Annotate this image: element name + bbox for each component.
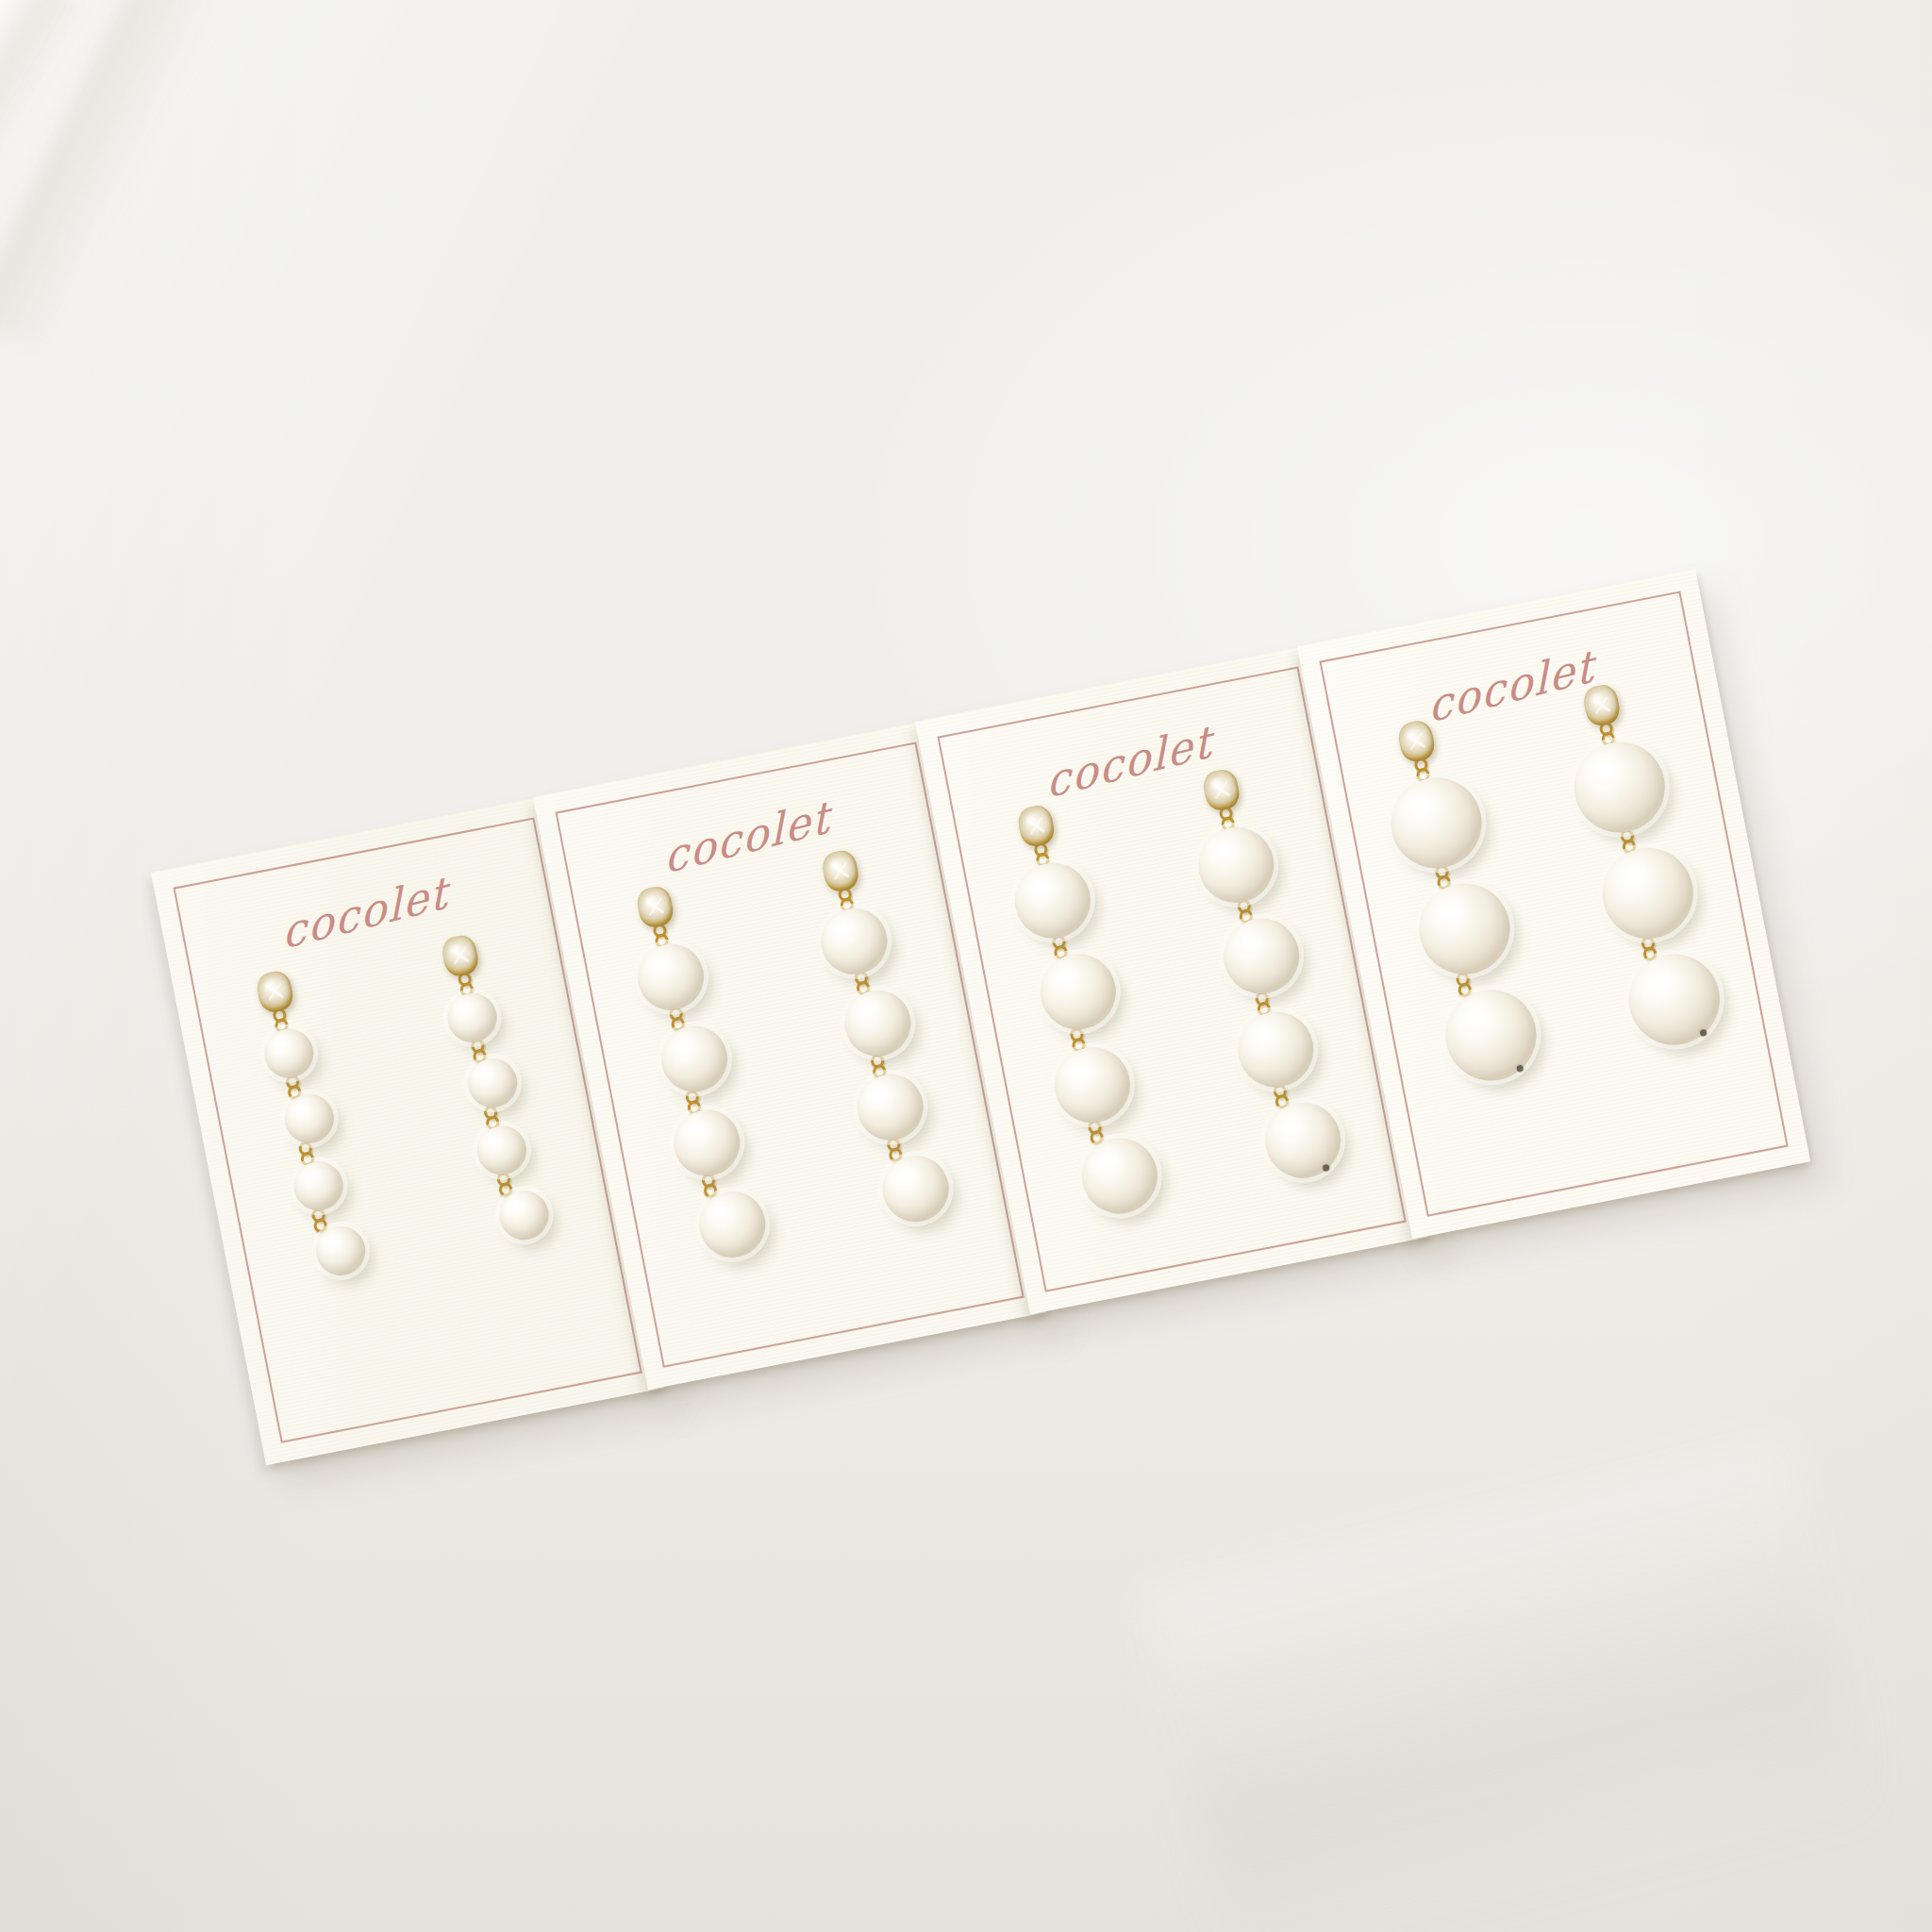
brand-script-cocolet: cocolet bbox=[663, 791, 831, 885]
fabric-fold-highlight bbox=[0, 0, 99, 439]
pearl-bead bbox=[1258, 1096, 1347, 1185]
pearl-bead bbox=[1008, 857, 1097, 945]
pearl-bead bbox=[1595, 841, 1702, 947]
pearl-earring-left bbox=[652, 888, 724, 1260]
rhinestone-stud-icon bbox=[1581, 682, 1622, 727]
pearl-bead bbox=[1034, 947, 1123, 1036]
pearl-bead bbox=[1411, 875, 1518, 982]
pearl-bead bbox=[1217, 912, 1306, 1001]
pearl-bead bbox=[1075, 1132, 1164, 1221]
fabric-fold-shadow bbox=[0, 0, 243, 368]
pearl-bead bbox=[290, 1158, 347, 1215]
brand-script-cocolet: cocolet bbox=[1427, 640, 1595, 734]
fabric-sheen bbox=[1141, 1436, 1878, 1932]
pearl-bead bbox=[443, 989, 501, 1046]
pearl-earring-left bbox=[271, 973, 330, 1278]
pearl-earring-right bbox=[1218, 771, 1297, 1180]
brand-script-cocolet: cocolet bbox=[281, 866, 449, 960]
pearl-earring-right bbox=[1598, 686, 1668, 1047]
pearl-bead bbox=[839, 985, 916, 1062]
pearl-bead bbox=[852, 1069, 929, 1146]
pearl-bead bbox=[1048, 1041, 1137, 1129]
pearl-bead bbox=[877, 1150, 955, 1227]
pearl-bead bbox=[1567, 734, 1674, 841]
pearl-earring-right bbox=[837, 852, 909, 1224]
pearl-bead bbox=[260, 1024, 318, 1082]
rhinestone-stud-icon bbox=[1016, 803, 1057, 848]
pearl-bead bbox=[668, 1105, 745, 1182]
brand-script-cocolet: cocolet bbox=[1045, 715, 1213, 809]
rhinestone-stud-icon bbox=[820, 848, 860, 893]
pearl-drill-hole bbox=[1516, 1065, 1524, 1073]
product-photo-pearl-earring-cards: { "brand_label": "cocolet", "colors": { … bbox=[0, 0, 1932, 1932]
pearl-bead bbox=[1231, 1006, 1320, 1094]
rhinestone-stud-icon bbox=[255, 969, 295, 1014]
pearl-bead bbox=[464, 1055, 522, 1112]
rhinestone-stud-icon bbox=[1201, 767, 1241, 812]
pearl-bead bbox=[632, 939, 709, 1016]
pearl-bead bbox=[1622, 946, 1728, 1053]
pearl-bead bbox=[815, 903, 892, 980]
pearl-earring-left bbox=[1413, 722, 1483, 1083]
pearl-bead bbox=[1191, 821, 1280, 909]
pearl-earring-left bbox=[1032, 807, 1111, 1216]
pearl-earring-right bbox=[457, 936, 516, 1241]
pearl-bead bbox=[474, 1122, 531, 1179]
pearl-drill-hole bbox=[1699, 1029, 1707, 1037]
rhinestone-stud-icon bbox=[635, 884, 675, 929]
pearl-bead bbox=[1438, 982, 1544, 1089]
pearl-bead bbox=[656, 1020, 733, 1097]
rhinestone-stud-icon bbox=[440, 933, 480, 978]
pearl-drill-hole bbox=[1323, 1164, 1330, 1172]
pearl-bead bbox=[1383, 770, 1490, 876]
